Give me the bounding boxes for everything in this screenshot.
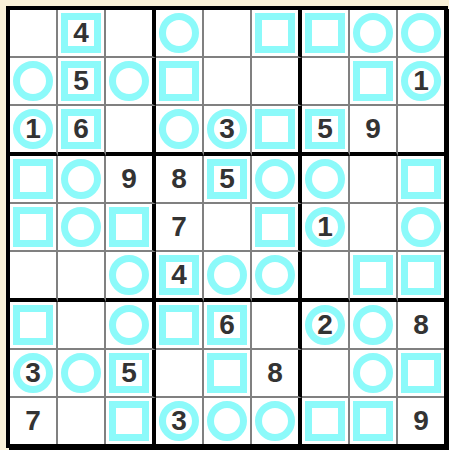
cell-r1c4[interactable] <box>156 10 204 58</box>
cell-r9c6[interactable] <box>252 398 302 444</box>
square-mark-icon <box>353 61 393 101</box>
cell-r6c6[interactable] <box>252 252 302 302</box>
given-digit: 1 <box>413 67 429 95</box>
cell-r3c7[interactable]: 5 <box>302 106 350 156</box>
cell-r5c9[interactable] <box>398 204 444 252</box>
given-digit: 5 <box>219 165 235 193</box>
cell-r2c1[interactable] <box>10 58 58 106</box>
cell-r7c8[interactable] <box>350 302 398 350</box>
circle-mark-icon <box>13 61 53 101</box>
given-digit: 2 <box>317 311 333 339</box>
square-mark-icon <box>401 159 441 199</box>
circle-mark-icon <box>401 207 441 247</box>
circle-mark-icon <box>305 159 345 199</box>
given-digit: 9 <box>365 115 381 143</box>
circle-mark-icon <box>255 159 295 199</box>
cell-r7c3[interactable] <box>106 302 156 350</box>
cell-r5c7[interactable]: 1 <box>302 204 350 252</box>
square-mark-icon <box>13 159 53 199</box>
cell-r2c8[interactable] <box>350 58 398 106</box>
cell-r5c8[interactable] <box>350 204 398 252</box>
cell-r2c2[interactable]: 5 <box>58 58 106 106</box>
cell-r5c5[interactable] <box>204 204 252 252</box>
cell-r7c2[interactable] <box>58 302 106 350</box>
cell-r6c8[interactable] <box>350 252 398 302</box>
circle-mark-icon <box>61 207 101 247</box>
cell-r9c4[interactable]: 3 <box>156 398 204 444</box>
cell-r6c9[interactable] <box>398 252 444 302</box>
square-mark-icon <box>109 207 149 247</box>
cell-r1c9[interactable] <box>398 10 444 58</box>
square-mark-icon <box>159 305 199 345</box>
cell-r1c5[interactable] <box>204 10 252 58</box>
cell-r2c6[interactable] <box>252 58 302 106</box>
square-mark-icon <box>401 255 441 295</box>
cell-r4c4[interactable]: 8 <box>156 156 204 204</box>
given-digit: 9 <box>121 165 137 193</box>
cell-r2c4[interactable] <box>156 58 204 106</box>
cell-r8c7[interactable] <box>302 350 350 398</box>
cell-r2c7[interactable] <box>302 58 350 106</box>
cell-r1c8[interactable] <box>350 10 398 58</box>
square-mark-icon <box>109 401 149 441</box>
cell-r4c8[interactable] <box>350 156 398 204</box>
cell-r8c4[interactable] <box>156 350 204 398</box>
circle-mark-icon <box>159 109 199 149</box>
given-digit: 3 <box>171 407 187 435</box>
cell-r2c3[interactable] <box>106 58 156 106</box>
given-digit: 5 <box>73 67 89 95</box>
cell-r3c3[interactable] <box>106 106 156 156</box>
cell-r1c1[interactable] <box>10 10 58 58</box>
cell-r5c4[interactable]: 7 <box>156 204 204 252</box>
cell-r5c2[interactable] <box>58 204 106 252</box>
cell-r3c5[interactable]: 3 <box>204 106 252 156</box>
given-digit: 5 <box>121 359 137 387</box>
cell-r1c3[interactable] <box>106 10 156 58</box>
cell-r4c7[interactable] <box>302 156 350 204</box>
circle-mark-icon <box>353 13 393 53</box>
circle-mark-icon <box>61 159 101 199</box>
cell-r5c6[interactable] <box>252 204 302 252</box>
cell-r7c9[interactable]: 8 <box>398 302 444 350</box>
cell-r7c1[interactable] <box>10 302 58 350</box>
cell-r7c7[interactable]: 2 <box>302 302 350 350</box>
circle-mark-icon <box>255 255 295 295</box>
cell-r1c7[interactable] <box>302 10 350 58</box>
circle-mark-icon <box>61 353 101 393</box>
cell-r3c9[interactable] <box>398 106 444 156</box>
cell-r5c1[interactable] <box>10 204 58 252</box>
circle-mark-icon <box>353 305 393 345</box>
cell-r4c5[interactable]: 5 <box>204 156 252 204</box>
given-digit: 8 <box>413 311 429 339</box>
cell-r8c8[interactable] <box>350 350 398 398</box>
given-digit: 3 <box>25 359 41 387</box>
square-mark-icon <box>353 401 393 441</box>
cell-r3c6[interactable] <box>252 106 302 156</box>
circle-mark-icon <box>109 61 149 101</box>
cell-r6c2[interactable] <box>58 252 106 302</box>
given-digit: 6 <box>73 115 89 143</box>
square-mark-icon <box>13 207 53 247</box>
square-mark-icon <box>305 401 345 441</box>
square-mark-icon <box>353 255 393 295</box>
cell-r6c4[interactable]: 4 <box>156 252 204 302</box>
given-digit: 4 <box>171 261 187 289</box>
square-mark-icon <box>255 207 295 247</box>
cell-r9c5[interactable] <box>204 398 252 444</box>
cell-r8c6[interactable]: 8 <box>252 350 302 398</box>
cell-r8c1[interactable]: 3 <box>10 350 58 398</box>
cell-r9c1[interactable]: 7 <box>10 398 58 444</box>
cell-r6c3[interactable] <box>106 252 156 302</box>
cell-r2c5[interactable] <box>204 58 252 106</box>
sudoku-board: 45116359985714628358739 <box>6 6 448 448</box>
given-digit: 6 <box>219 311 235 339</box>
given-digit: 9 <box>413 407 429 435</box>
cell-r6c1[interactable] <box>10 252 58 302</box>
cell-r9c2[interactable] <box>58 398 106 444</box>
cell-r8c9[interactable] <box>398 350 444 398</box>
given-digit: 7 <box>25 407 41 435</box>
cell-r7c6[interactable] <box>252 302 302 350</box>
cell-r9c9[interactable]: 9 <box>398 398 444 444</box>
square-mark-icon <box>255 109 295 149</box>
cell-r6c7[interactable] <box>302 252 350 302</box>
square-mark-icon <box>401 353 441 393</box>
circle-mark-icon <box>255 401 295 441</box>
cell-r7c4[interactable] <box>156 302 204 350</box>
square-mark-icon <box>13 305 53 345</box>
given-digit: 4 <box>73 19 89 47</box>
cell-r7c5[interactable]: 6 <box>204 302 252 350</box>
circle-mark-icon <box>207 255 247 295</box>
cell-r4c6[interactable] <box>252 156 302 204</box>
cell-r2c9[interactable]: 1 <box>398 58 444 106</box>
cell-r4c9[interactable] <box>398 156 444 204</box>
given-digit: 8 <box>267 359 283 387</box>
given-digit: 7 <box>171 213 187 241</box>
square-mark-icon <box>159 61 199 101</box>
cell-r3c2[interactable]: 6 <box>58 106 106 156</box>
square-mark-icon <box>255 13 295 53</box>
cell-r3c8[interactable]: 9 <box>350 106 398 156</box>
cell-r3c4[interactable] <box>156 106 204 156</box>
cell-r5c3[interactable] <box>106 204 156 252</box>
cell-r8c2[interactable] <box>58 350 106 398</box>
cell-r6c5[interactable] <box>204 252 252 302</box>
cell-r3c1[interactable]: 1 <box>10 106 58 156</box>
cell-r1c6[interactable] <box>252 10 302 58</box>
circle-mark-icon <box>159 13 199 53</box>
given-digit: 1 <box>25 115 41 143</box>
square-mark-icon <box>207 353 247 393</box>
circle-mark-icon <box>109 255 149 295</box>
square-mark-icon <box>305 13 345 53</box>
given-digit: 5 <box>317 115 333 143</box>
cell-r8c5[interactable] <box>204 350 252 398</box>
cell-r9c7[interactable] <box>302 398 350 444</box>
circle-mark-icon <box>109 305 149 345</box>
circle-mark-icon <box>401 13 441 53</box>
cell-r4c2[interactable] <box>58 156 106 204</box>
cell-r9c3[interactable] <box>106 398 156 444</box>
circle-mark-icon <box>207 401 247 441</box>
given-digit: 3 <box>219 115 235 143</box>
circle-mark-icon <box>353 353 393 393</box>
given-digit: 8 <box>171 165 187 193</box>
given-digit: 1 <box>317 213 333 241</box>
cell-r9c8[interactable] <box>350 398 398 444</box>
cell-r4c3[interactable]: 9 <box>106 156 156 204</box>
cell-r4c1[interactable] <box>10 156 58 204</box>
cell-r8c3[interactable]: 5 <box>106 350 156 398</box>
cell-r1c2[interactable]: 4 <box>58 10 106 58</box>
